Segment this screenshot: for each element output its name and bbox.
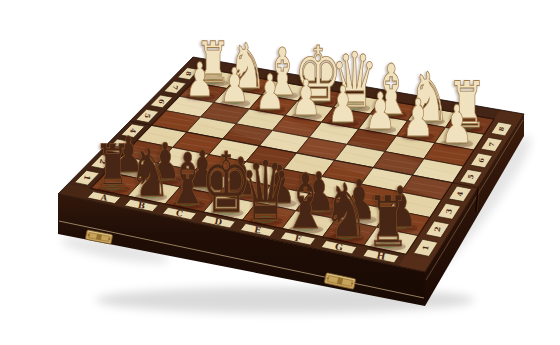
board-photo-svg: ABCDEFGH1122334455667788♜♞♝♚♛♝♞♜♟♟♟♟♟♟♟♟… [0,0,560,345]
svg-text:♟: ♟ [440,94,473,156]
piece-white-pawn-a7: ♟ [185,53,215,108]
chess-set-photo: ABCDEFGH1122334455667788♜♞♝♚♛♝♞♜♟♟♟♟♟♟♟♟… [0,0,560,345]
piece-white-pawn-h7: ♟ [440,94,473,156]
piece-dark-rook-h1: ♜ [366,180,409,261]
svg-text:♟: ♟ [185,53,214,108]
svg-text:♝: ♝ [282,157,329,245]
piece-dark-rook-a1: ♜ [94,131,132,202]
svg-text:♟: ♟ [364,81,396,140]
piece-white-pawn-c7: ♟ [255,63,286,120]
piece-white-pawn-f7: ♟ [364,81,396,140]
piece-white-pawn-e7: ♟ [327,75,359,133]
svg-text:♟: ♟ [291,70,322,127]
svg-text:♟: ♟ [255,63,285,120]
svg-text:♟: ♟ [220,58,250,114]
svg-text:♜: ♜ [94,131,132,202]
piece-white-pawn-d7: ♟ [291,70,322,127]
piece-dark-bishop-f1: ♝ [282,157,329,245]
svg-text:♜: ♜ [366,180,409,261]
piece-white-pawn-g7: ♟ [402,87,435,149]
svg-text:♞: ♞ [323,168,369,254]
piece-white-pawn-b7: ♟ [220,58,250,114]
svg-text:♟: ♟ [327,75,358,133]
piece-dark-knight-g1: ♞ [323,168,369,254]
svg-text:♟: ♟ [402,87,434,149]
